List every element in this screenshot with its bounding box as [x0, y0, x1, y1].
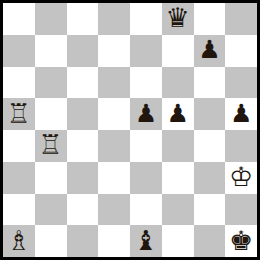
square-c2[interactable]: [67, 194, 99, 226]
square-e5[interactable]: ♟: [130, 98, 162, 130]
piece-white-rook: ♖: [39, 131, 63, 158]
square-a6[interactable]: [3, 67, 35, 99]
square-b2[interactable]: [35, 194, 67, 226]
square-a5[interactable]: ♖: [3, 98, 35, 130]
square-h8[interactable]: [225, 3, 257, 35]
square-b7[interactable]: [35, 35, 67, 67]
square-a8[interactable]: [3, 3, 35, 35]
square-e1[interactable]: ♝: [130, 225, 162, 257]
square-g7[interactable]: ♟: [194, 35, 226, 67]
square-f2[interactable]: [162, 194, 194, 226]
square-d3[interactable]: [98, 162, 130, 194]
piece-white-bishop: ♗: [7, 227, 31, 254]
square-b1[interactable]: [35, 225, 67, 257]
square-b8[interactable]: [35, 3, 67, 35]
square-f5[interactable]: ♟: [162, 98, 194, 130]
square-e8[interactable]: [130, 3, 162, 35]
square-g5[interactable]: [194, 98, 226, 130]
square-f1[interactable]: [162, 225, 194, 257]
square-c5[interactable]: [67, 98, 99, 130]
square-c4[interactable]: [67, 130, 99, 162]
square-h2[interactable]: [225, 194, 257, 226]
piece-black-bishop: ♝: [134, 227, 158, 254]
square-f3[interactable]: [162, 162, 194, 194]
piece-black-pawn: ♟: [166, 101, 188, 126]
square-b5[interactable]: [35, 98, 67, 130]
square-e3[interactable]: [130, 162, 162, 194]
square-h7[interactable]: [225, 35, 257, 67]
square-b3[interactable]: [35, 162, 67, 194]
square-c8[interactable]: [67, 3, 99, 35]
square-f7[interactable]: [162, 35, 194, 67]
square-g4[interactable]: [194, 130, 226, 162]
square-b6[interactable]: [35, 67, 67, 99]
square-c1[interactable]: [67, 225, 99, 257]
square-a7[interactable]: [3, 35, 35, 67]
square-e2[interactable]: [130, 194, 162, 226]
square-g2[interactable]: [194, 194, 226, 226]
square-d7[interactable]: [98, 35, 130, 67]
square-b4[interactable]: ♖: [35, 130, 67, 162]
square-h6[interactable]: [225, 67, 257, 99]
square-f4[interactable]: [162, 130, 194, 162]
square-g8[interactable]: [194, 3, 226, 35]
square-a1[interactable]: ♗: [3, 225, 35, 257]
square-d5[interactable]: [98, 98, 130, 130]
square-c3[interactable]: [67, 162, 99, 194]
square-a3[interactable]: [3, 162, 35, 194]
square-g3[interactable]: [194, 162, 226, 194]
square-h3[interactable]: ♔: [225, 162, 257, 194]
piece-black-pawn: ♟: [135, 101, 157, 126]
chess-board: ♛♟♖♟♟♟♖♔♗♝♚: [0, 0, 260, 260]
piece-black-pawn: ♟: [230, 101, 252, 126]
square-d2[interactable]: [98, 194, 130, 226]
square-e4[interactable]: [130, 130, 162, 162]
square-h5[interactable]: ♟: [225, 98, 257, 130]
piece-white-rook: ♖: [7, 100, 31, 127]
piece-black-king: ♚: [229, 227, 253, 254]
square-g6[interactable]: [194, 67, 226, 99]
square-f6[interactable]: [162, 67, 194, 99]
square-a4[interactable]: [3, 130, 35, 162]
square-e6[interactable]: [130, 67, 162, 99]
square-e7[interactable]: [130, 35, 162, 67]
square-d8[interactable]: [98, 3, 130, 35]
piece-black-queen: ♛: [166, 4, 190, 31]
square-c7[interactable]: [67, 35, 99, 67]
square-d1[interactable]: [98, 225, 130, 257]
square-c6[interactable]: [67, 67, 99, 99]
square-h1[interactable]: ♚: [225, 225, 257, 257]
square-d4[interactable]: [98, 130, 130, 162]
square-f8[interactable]: ♛: [162, 3, 194, 35]
square-d6[interactable]: [98, 67, 130, 99]
square-h4[interactable]: [225, 130, 257, 162]
square-g1[interactable]: [194, 225, 226, 257]
piece-black-pawn: ♟: [198, 37, 220, 62]
piece-white-king: ♔: [229, 163, 253, 190]
square-a2[interactable]: [3, 194, 35, 226]
